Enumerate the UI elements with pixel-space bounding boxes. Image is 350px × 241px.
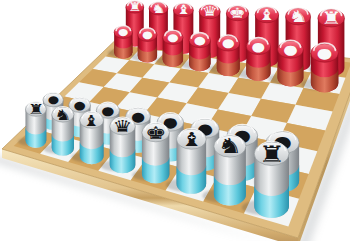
pawn-symbol: ● [118, 27, 128, 38]
piece-white-rook[interactable]: ♜ [18, 101, 46, 147]
bishop-symbol: ♝ [258, 6, 276, 24]
pawn-symbol: ● [167, 31, 179, 43]
queen-symbol: ♛ [112, 117, 132, 136]
knight-symbol: ♞ [151, 2, 166, 15]
knight-symbol: ♞ [217, 134, 242, 158]
knight-symbol: ♞ [288, 7, 308, 26]
queen-symbol: ♛ [201, 4, 217, 20]
knight-symbol: ♞ [54, 106, 71, 123]
pawn-symbol: ● [73, 98, 85, 111]
rook-symbol: ♜ [321, 8, 342, 28]
king-symbol: ♚ [145, 122, 167, 143]
rook-symbol: ♜ [258, 141, 285, 167]
bishop-symbol: ♝ [180, 128, 203, 150]
rook-symbol: ♜ [128, 0, 142, 13]
pawn-symbol: ● [47, 94, 59, 106]
pawn-symbol: ● [101, 103, 114, 117]
bishop-symbol: ♝ [82, 111, 101, 129]
pawn-symbol: ● [142, 29, 153, 40]
pawn-symbol: ● [283, 42, 298, 58]
pawn-symbol: ● [222, 37, 235, 50]
rook-symbol: ♜ [28, 101, 44, 117]
bishop-symbol: ♝ [176, 3, 192, 18]
piece-black-pawn[interactable]: ● [108, 26, 133, 59]
pawn-symbol: ● [252, 39, 266, 53]
pawn-symbol: ● [317, 45, 333, 62]
chessboard: ♜♞♝♛●♚●♝●♞●♜●●●●●●●♜●♞●♝●♛●♚●♝♞♜ [0, 0, 350, 241]
pawn-symbol: ● [194, 34, 206, 47]
king-symbol: ♚ [229, 5, 246, 22]
chess-set-photo: ♜♞♝♛●♚●♝●♞●♜●●●●●●●♜●♞●♝●♛●♚●♝♞♜ [0, 0, 350, 241]
